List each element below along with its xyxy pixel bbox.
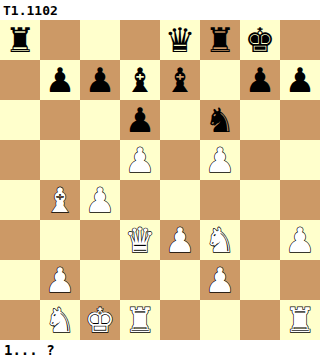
square-c7[interactable]: ♟ (80, 60, 120, 100)
black-pawn-icon[interactable]: ♟ (245, 60, 275, 100)
square-b6[interactable] (40, 100, 80, 140)
white-knight-icon[interactable]: ♞ (45, 300, 75, 340)
square-d4[interactable] (120, 180, 160, 220)
square-a4[interactable] (0, 180, 40, 220)
square-d2[interactable] (120, 260, 160, 300)
white-knight-icon[interactable]: ♞ (205, 220, 235, 260)
square-a1[interactable] (0, 300, 40, 340)
square-h8[interactable] (280, 20, 320, 60)
white-rook-icon[interactable]: ♜ (125, 300, 155, 340)
square-f8[interactable]: ♜ (200, 20, 240, 60)
black-rook-icon[interactable]: ♜ (205, 20, 235, 60)
square-d3[interactable]: ♛ (120, 220, 160, 260)
square-b1[interactable]: ♞ (40, 300, 80, 340)
black-rook-icon[interactable]: ♜ (5, 20, 35, 60)
square-f4[interactable] (200, 180, 240, 220)
square-f5[interactable]: ♟ (200, 140, 240, 180)
puzzle-title: T1.1102 (0, 0, 320, 20)
black-pawn-icon[interactable]: ♟ (85, 60, 115, 100)
black-bishop-icon[interactable]: ♝ (165, 60, 195, 100)
square-e4[interactable] (160, 180, 200, 220)
square-c6[interactable] (80, 100, 120, 140)
square-g6[interactable] (240, 100, 280, 140)
square-c3[interactable] (80, 220, 120, 260)
square-h7[interactable]: ♟ (280, 60, 320, 100)
white-rook-icon[interactable]: ♜ (285, 300, 315, 340)
square-d1[interactable]: ♜ (120, 300, 160, 340)
white-pawn-icon[interactable]: ♟ (125, 140, 155, 180)
white-pawn-icon[interactable]: ♟ (85, 180, 115, 220)
square-a6[interactable] (0, 100, 40, 140)
square-e7[interactable]: ♝ (160, 60, 200, 100)
white-bishop-icon[interactable]: ♝ (45, 180, 75, 220)
square-c8[interactable] (80, 20, 120, 60)
square-d8[interactable] (120, 20, 160, 60)
square-c1[interactable]: ♚ (80, 300, 120, 340)
square-f6[interactable]: ♞ (200, 100, 240, 140)
white-pawn-icon[interactable]: ♟ (205, 260, 235, 300)
square-e2[interactable] (160, 260, 200, 300)
square-h4[interactable] (280, 180, 320, 220)
square-e5[interactable] (160, 140, 200, 180)
square-c2[interactable] (80, 260, 120, 300)
square-a5[interactable] (0, 140, 40, 180)
square-f1[interactable] (200, 300, 240, 340)
square-a8[interactable]: ♜ (0, 20, 40, 60)
black-queen-icon[interactable]: ♛ (165, 20, 195, 60)
square-g5[interactable] (240, 140, 280, 180)
square-g7[interactable]: ♟ (240, 60, 280, 100)
square-e3[interactable]: ♟ (160, 220, 200, 260)
square-e6[interactable] (160, 100, 200, 140)
square-f2[interactable]: ♟ (200, 260, 240, 300)
square-g1[interactable] (240, 300, 280, 340)
square-b8[interactable] (40, 20, 80, 60)
square-b5[interactable] (40, 140, 80, 180)
white-pawn-icon[interactable]: ♟ (285, 220, 315, 260)
white-pawn-icon[interactable]: ♟ (205, 140, 235, 180)
move-prompt: 1... ? (0, 340, 320, 360)
chess-board: ♜♛♜♚♟♟♝♝♟♟♟♞♟♟♝♟♛♟♞♟♟♟♞♚♜♜ (0, 20, 320, 340)
square-h5[interactable] (280, 140, 320, 180)
square-d5[interactable]: ♟ (120, 140, 160, 180)
black-king-icon[interactable]: ♚ (245, 20, 275, 60)
square-e1[interactable] (160, 300, 200, 340)
black-pawn-icon[interactable]: ♟ (45, 60, 75, 100)
square-a2[interactable] (0, 260, 40, 300)
square-h1[interactable]: ♜ (280, 300, 320, 340)
black-knight-icon[interactable]: ♞ (205, 100, 235, 140)
square-g8[interactable]: ♚ (240, 20, 280, 60)
square-d6[interactable]: ♟ (120, 100, 160, 140)
square-a7[interactable] (0, 60, 40, 100)
square-e8[interactable]: ♛ (160, 20, 200, 60)
square-f7[interactable] (200, 60, 240, 100)
black-pawn-icon[interactable]: ♟ (285, 60, 315, 100)
square-c4[interactable]: ♟ (80, 180, 120, 220)
white-king-icon[interactable]: ♚ (85, 300, 115, 340)
white-pawn-icon[interactable]: ♟ (165, 220, 195, 260)
square-a3[interactable] (0, 220, 40, 260)
white-pawn-icon[interactable]: ♟ (45, 260, 75, 300)
square-g2[interactable] (240, 260, 280, 300)
square-b4[interactable]: ♝ (40, 180, 80, 220)
square-d7[interactable]: ♝ (120, 60, 160, 100)
square-h3[interactable]: ♟ (280, 220, 320, 260)
square-b3[interactable] (40, 220, 80, 260)
square-f3[interactable]: ♞ (200, 220, 240, 260)
square-g3[interactable] (240, 220, 280, 260)
square-h2[interactable] (280, 260, 320, 300)
white-queen-icon[interactable]: ♛ (125, 220, 155, 260)
black-bishop-icon[interactable]: ♝ (125, 60, 155, 100)
square-c5[interactable] (80, 140, 120, 180)
square-b2[interactable]: ♟ (40, 260, 80, 300)
square-h6[interactable] (280, 100, 320, 140)
black-pawn-icon[interactable]: ♟ (125, 100, 155, 140)
square-b7[interactable]: ♟ (40, 60, 80, 100)
square-g4[interactable] (240, 180, 280, 220)
